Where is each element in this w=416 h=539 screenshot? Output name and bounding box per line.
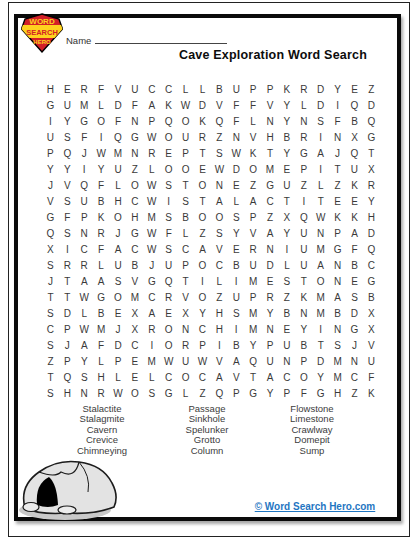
- grid-cell-r16c16[interactable]: Y: [295, 321, 312, 337]
- grid-cell-r20c6[interactable]: O: [126, 385, 143, 401]
- grid-cell-r12c5[interactable]: U: [110, 257, 127, 273]
- grid-cell-r17c18[interactable]: S: [329, 337, 346, 353]
- grid-cell-r6c1[interactable]: Y: [42, 161, 59, 177]
- grid-cell-r19c1[interactable]: T: [42, 369, 59, 385]
- grid-cell-r17c4[interactable]: F: [93, 337, 110, 353]
- grid-cell-r13c17[interactable]: O: [312, 273, 329, 289]
- grid-cell-r1c7[interactable]: C: [143, 81, 160, 97]
- grid-cell-r1c1[interactable]: H: [42, 81, 59, 97]
- grid-cell-r15c8[interactable]: E: [160, 305, 177, 321]
- grid-cell-r6c18[interactable]: T: [329, 161, 346, 177]
- grid-cell-r1c20[interactable]: Z: [363, 81, 380, 97]
- grid-cell-r10c15[interactable]: Y: [278, 225, 295, 241]
- grid-cell-r15c9[interactable]: X: [177, 305, 194, 321]
- grid-cell-r11c17[interactable]: M: [312, 241, 329, 257]
- grid-cell-r8c18[interactable]: E: [329, 193, 346, 209]
- grid-cell-r1c17[interactable]: D: [312, 81, 329, 97]
- grid-cell-r19c19[interactable]: C: [346, 369, 363, 385]
- grid-cell-r9c6[interactable]: H: [126, 209, 143, 225]
- grid-cell-r18c12[interactable]: A: [228, 353, 245, 369]
- grid-cell-r1c2[interactable]: E: [59, 81, 76, 97]
- grid-cell-r4c19[interactable]: X: [346, 129, 363, 145]
- grid-cell-r12c4[interactable]: L: [93, 257, 110, 273]
- grid-cell-r3c6[interactable]: N: [126, 113, 143, 129]
- grid-cell-r13c4[interactable]: A: [93, 273, 110, 289]
- grid-cell-r4c12[interactable]: N: [228, 129, 245, 145]
- grid-cell-r14c5[interactable]: O: [110, 289, 127, 305]
- grid-cell-r20c11[interactable]: Q: [211, 385, 228, 401]
- grid-cell-r6c5[interactable]: U: [110, 161, 127, 177]
- grid-cell-r13c14[interactable]: E: [262, 273, 279, 289]
- grid-cell-r16c18[interactable]: N: [329, 321, 346, 337]
- grid-cell-r8c2[interactable]: S: [59, 193, 76, 209]
- grid-cell-r18c11[interactable]: V: [211, 353, 228, 369]
- grid-cell-r14c12[interactable]: U: [228, 289, 245, 305]
- grid-cell-r20c14[interactable]: Y: [262, 385, 279, 401]
- grid-cell-r16c5[interactable]: J: [110, 321, 127, 337]
- grid-cell-r2c20[interactable]: D: [363, 97, 380, 113]
- grid-cell-r7c20[interactable]: R: [363, 177, 380, 193]
- grid-cell-r16c6[interactable]: X: [126, 321, 143, 337]
- grid-cell-r1c4[interactable]: F: [93, 81, 110, 97]
- grid-cell-r4c6[interactable]: G: [126, 129, 143, 145]
- grid-cell-r4c7[interactable]: W: [143, 129, 160, 145]
- grid-cell-r11c12[interactable]: E: [228, 241, 245, 257]
- grid-cell-r10c19[interactable]: A: [346, 225, 363, 241]
- grid-cell-r12c16[interactable]: U: [295, 257, 312, 273]
- grid-cell-r16c9[interactable]: N: [177, 321, 194, 337]
- grid-cell-r5c9[interactable]: P: [177, 145, 194, 161]
- grid-cell-r4c20[interactable]: G: [363, 129, 380, 145]
- grid-cell-r12c15[interactable]: L: [278, 257, 295, 273]
- grid-cell-r5c16[interactable]: G: [295, 145, 312, 161]
- grid-cell-r19c9[interactable]: O: [177, 369, 194, 385]
- grid-cell-r17c5[interactable]: D: [110, 337, 127, 353]
- grid-cell-r5c11[interactable]: S: [211, 145, 228, 161]
- grid-cell-r8c9[interactable]: S: [177, 193, 194, 209]
- grid-cell-r3c14[interactable]: N: [262, 113, 279, 129]
- grid-cell-r4c10[interactable]: R: [194, 129, 211, 145]
- grid-cell-r18c1[interactable]: Z: [42, 353, 59, 369]
- grid-cell-r1c9[interactable]: L: [177, 81, 194, 97]
- grid-cell-r6c19[interactable]: U: [346, 161, 363, 177]
- grid-cell-r2c18[interactable]: I: [329, 97, 346, 113]
- grid-cell-r16c12[interactable]: I: [228, 321, 245, 337]
- grid-cell-r4c3[interactable]: F: [76, 129, 93, 145]
- grid-cell-r13c2[interactable]: T: [59, 273, 76, 289]
- grid-cell-r15c18[interactable]: B: [329, 305, 346, 321]
- grid-cell-r14c1[interactable]: T: [42, 289, 59, 305]
- grid-cell-r19c17[interactable]: Y: [312, 369, 329, 385]
- grid-cell-r13c10[interactable]: I: [194, 273, 211, 289]
- grid-cell-r9c15[interactable]: X: [278, 209, 295, 225]
- grid-cell-r7c4[interactable]: F: [93, 177, 110, 193]
- grid-cell-r15c12[interactable]: S: [228, 305, 245, 321]
- grid-cell-r4c17[interactable]: I: [312, 129, 329, 145]
- grid-cell-r10c10[interactable]: Z: [194, 225, 211, 241]
- grid-cell-r12c18[interactable]: N: [329, 257, 346, 273]
- grid-cell-r12c17[interactable]: A: [312, 257, 329, 273]
- grid-cell-r13c12[interactable]: I: [228, 273, 245, 289]
- grid-cell-r3c11[interactable]: Q: [211, 113, 228, 129]
- grid-cell-r5c1[interactable]: P: [42, 145, 59, 161]
- grid-cell-r9c7[interactable]: M: [143, 209, 160, 225]
- grid-cell-r20c1[interactable]: S: [42, 385, 59, 401]
- grid-cell-r19c7[interactable]: L: [143, 369, 160, 385]
- grid-cell-r7c7[interactable]: W: [143, 177, 160, 193]
- grid-cell-r10c1[interactable]: Q: [42, 225, 59, 241]
- grid-cell-r19c16[interactable]: O: [295, 369, 312, 385]
- grid-cell-r15c1[interactable]: S: [42, 305, 59, 321]
- grid-cell-r2c11[interactable]: V: [211, 97, 228, 113]
- grid-cell-r17c1[interactable]: S: [42, 337, 59, 353]
- grid-cell-r5c3[interactable]: J: [76, 145, 93, 161]
- grid-cell-r3c1[interactable]: I: [42, 113, 59, 129]
- grid-cell-r5c7[interactable]: R: [143, 145, 160, 161]
- grid-cell-r14c20[interactable]: B: [363, 289, 380, 305]
- grid-cell-r7c3[interactable]: Q: [76, 177, 93, 193]
- grid-cell-r15c7[interactable]: A: [143, 305, 160, 321]
- grid-cell-r12c12[interactable]: B: [228, 257, 245, 273]
- grid-cell-r18c7[interactable]: M: [143, 353, 160, 369]
- grid-cell-r13c15[interactable]: S: [278, 273, 295, 289]
- grid-cell-r5c17[interactable]: A: [312, 145, 329, 161]
- grid-cell-r2c13[interactable]: F: [245, 97, 262, 113]
- grid-cell-r9c4[interactable]: K: [93, 209, 110, 225]
- grid-cell-r14c19[interactable]: S: [346, 289, 363, 305]
- grid-cell-r2c4[interactable]: L: [93, 97, 110, 113]
- grid-cell-r9c9[interactable]: B: [177, 209, 194, 225]
- grid-cell-r3c2[interactable]: Y: [59, 113, 76, 129]
- grid-cell-r1c13[interactable]: P: [245, 81, 262, 97]
- grid-cell-r7c14[interactable]: G: [262, 177, 279, 193]
- grid-cell-r19c14[interactable]: A: [262, 369, 279, 385]
- grid-cell-r20c3[interactable]: N: [76, 385, 93, 401]
- grid-cell-r9c16[interactable]: Q: [295, 209, 312, 225]
- grid-cell-r20c4[interactable]: R: [93, 385, 110, 401]
- grid-cell-r17c2[interactable]: J: [59, 337, 76, 353]
- grid-cell-r6c12[interactable]: D: [228, 161, 245, 177]
- grid-cell-r1c11[interactable]: B: [211, 81, 228, 97]
- grid-cell-r6c9[interactable]: O: [177, 161, 194, 177]
- grid-cell-r14c9[interactable]: V: [177, 289, 194, 305]
- grid-cell-r8c1[interactable]: V: [42, 193, 59, 209]
- grid-cell-r12c3[interactable]: R: [76, 257, 93, 273]
- grid-cell-r10c2[interactable]: S: [59, 225, 76, 241]
- grid-cell-r17c20[interactable]: V: [363, 337, 380, 353]
- grid-cell-r19c12[interactable]: V: [228, 369, 245, 385]
- grid-cell-r3c5[interactable]: F: [110, 113, 127, 129]
- grid-cell-r5c4[interactable]: W: [93, 145, 110, 161]
- grid-cell-r17c7[interactable]: I: [143, 337, 160, 353]
- grid-cell-r19c18[interactable]: M: [329, 369, 346, 385]
- grid-cell-r17c10[interactable]: P: [194, 337, 211, 353]
- grid-cell-r20c15[interactable]: P: [278, 385, 295, 401]
- grid-cell-r7c6[interactable]: O: [126, 177, 143, 193]
- grid-cell-r16c1[interactable]: C: [42, 321, 59, 337]
- grid-cell-r5c10[interactable]: T: [194, 145, 211, 161]
- grid-cell-r9c19[interactable]: K: [346, 209, 363, 225]
- grid-cell-r4c11[interactable]: Z: [211, 129, 228, 145]
- grid-cell-r8c16[interactable]: I: [295, 193, 312, 209]
- grid-cell-r6c8[interactable]: O: [160, 161, 177, 177]
- grid-cell-r2c15[interactable]: Y: [278, 97, 295, 113]
- grid-cell-r20c19[interactable]: Z: [346, 385, 363, 401]
- grid-cell-r5c6[interactable]: N: [126, 145, 143, 161]
- grid-cell-r14c13[interactable]: P: [245, 289, 262, 305]
- grid-cell-r11c19[interactable]: F: [346, 241, 363, 257]
- grid-cell-r4c13[interactable]: V: [245, 129, 262, 145]
- grid-cell-r7c2[interactable]: V: [59, 177, 76, 193]
- grid-cell-r3c12[interactable]: F: [228, 113, 245, 129]
- grid-cell-r7c17[interactable]: L: [312, 177, 329, 193]
- grid-cell-r10c4[interactable]: R: [93, 225, 110, 241]
- grid-cell-r18c9[interactable]: U: [177, 353, 194, 369]
- grid-cell-r6c2[interactable]: Y: [59, 161, 76, 177]
- grid-cell-r14c4[interactable]: G: [93, 289, 110, 305]
- grid-cell-r13c6[interactable]: V: [126, 273, 143, 289]
- grid-cell-r16c19[interactable]: G: [346, 321, 363, 337]
- grid-cell-r10c20[interactable]: D: [363, 225, 380, 241]
- grid-cell-r11c10[interactable]: A: [194, 241, 211, 257]
- grid-cell-r7c19[interactable]: K: [346, 177, 363, 193]
- grid-cell-r18c4[interactable]: L: [93, 353, 110, 369]
- grid-cell-r4c16[interactable]: R: [295, 129, 312, 145]
- grid-cell-r20c12[interactable]: P: [228, 385, 245, 401]
- grid-cell-r11c5[interactable]: A: [110, 241, 127, 257]
- grid-cell-r4c15[interactable]: B: [278, 129, 295, 145]
- grid-cell-r20c13[interactable]: G: [245, 385, 262, 401]
- grid-cell-r11c18[interactable]: G: [329, 241, 346, 257]
- grid-cell-r4c14[interactable]: H: [262, 129, 279, 145]
- grid-cell-r14c16[interactable]: K: [295, 289, 312, 305]
- grid-cell-r9c20[interactable]: H: [363, 209, 380, 225]
- grid-cell-r2c1[interactable]: G: [42, 97, 59, 113]
- grid-cell-r4c2[interactable]: S: [59, 129, 76, 145]
- grid-cell-r11c1[interactable]: X: [42, 241, 59, 257]
- grid-cell-r5c15[interactable]: Y: [278, 145, 295, 161]
- grid-cell-r9c1[interactable]: G: [42, 209, 59, 225]
- grid-cell-r16c7[interactable]: R: [143, 321, 160, 337]
- grid-cell-r8c10[interactable]: T: [194, 193, 211, 209]
- grid-cell-r20c16[interactable]: F: [295, 385, 312, 401]
- grid-cell-r17c19[interactable]: J: [346, 337, 363, 353]
- grid-cell-r9c8[interactable]: S: [160, 209, 177, 225]
- grid-cell-r10c8[interactable]: F: [160, 225, 177, 241]
- grid-cell-r13c1[interactable]: J: [42, 273, 59, 289]
- grid-cell-r5c19[interactable]: Q: [346, 145, 363, 161]
- grid-cell-r5c18[interactable]: J: [329, 145, 346, 161]
- grid-cell-r10c5[interactable]: J: [110, 225, 127, 241]
- grid-cell-r11c4[interactable]: F: [93, 241, 110, 257]
- grid-cell-r11c20[interactable]: Q: [363, 241, 380, 257]
- grid-cell-r3c19[interactable]: B: [346, 113, 363, 129]
- grid-cell-r8c20[interactable]: Y: [363, 193, 380, 209]
- grid-cell-r2c19[interactable]: Q: [346, 97, 363, 113]
- grid-cell-r14c3[interactable]: W: [76, 289, 93, 305]
- grid-cell-r20c9[interactable]: L: [177, 385, 194, 401]
- grid-cell-r9c2[interactable]: F: [59, 209, 76, 225]
- grid-cell-r19c6[interactable]: E: [126, 369, 143, 385]
- grid-cell-r14c11[interactable]: Z: [211, 289, 228, 305]
- grid-cell-r15c11[interactable]: H: [211, 305, 228, 321]
- grid-cell-r13c18[interactable]: N: [329, 273, 346, 289]
- grid-cell-r9c12[interactable]: S: [228, 209, 245, 225]
- grid-cell-r19c15[interactable]: C: [278, 369, 295, 385]
- grid-cell-r20c5[interactable]: W: [110, 385, 127, 401]
- grid-cell-r18c20[interactable]: U: [363, 353, 380, 369]
- grid-cell-r6c6[interactable]: Z: [126, 161, 143, 177]
- grid-cell-r18c2[interactable]: P: [59, 353, 76, 369]
- grid-cell-r14c18[interactable]: A: [329, 289, 346, 305]
- grid-cell-r15c19[interactable]: D: [346, 305, 363, 321]
- grid-cell-r2c12[interactable]: F: [228, 97, 245, 113]
- grid-cell-r6c11[interactable]: W: [211, 161, 228, 177]
- grid-cell-r18c17[interactable]: D: [312, 353, 329, 369]
- grid-cell-r13c5[interactable]: S: [110, 273, 127, 289]
- grid-cell-r2c16[interactable]: L: [295, 97, 312, 113]
- grid-cell-r10c16[interactable]: U: [295, 225, 312, 241]
- grid-cell-r6c17[interactable]: I: [312, 161, 329, 177]
- grid-cell-r15c4[interactable]: B: [93, 305, 110, 321]
- grid-cell-r7c16[interactable]: Z: [295, 177, 312, 193]
- grid-cell-r13c20[interactable]: G: [363, 273, 380, 289]
- grid-cell-r11c15[interactable]: I: [278, 241, 295, 257]
- grid-cell-r19c4[interactable]: H: [93, 369, 110, 385]
- grid-cell-r20c18[interactable]: H: [329, 385, 346, 401]
- grid-cell-r11c13[interactable]: R: [245, 241, 262, 257]
- grid-cell-r14c6[interactable]: M: [126, 289, 143, 305]
- grid-cell-r14c10[interactable]: O: [194, 289, 211, 305]
- grid-cell-r12c10[interactable]: O: [194, 257, 211, 273]
- grid-cell-r15c13[interactable]: M: [245, 305, 262, 321]
- grid-cell-r12c19[interactable]: B: [346, 257, 363, 273]
- grid-cell-r2c9[interactable]: W: [177, 97, 194, 113]
- grid-cell-r16c10[interactable]: C: [194, 321, 211, 337]
- grid-cell-r18c14[interactable]: U: [262, 353, 279, 369]
- grid-cell-r12c2[interactable]: R: [59, 257, 76, 273]
- grid-cell-r2c5[interactable]: D: [110, 97, 127, 113]
- grid-cell-r3c10[interactable]: K: [194, 113, 211, 129]
- grid-cell-r10c11[interactable]: S: [211, 225, 228, 241]
- grid-cell-r3c4[interactable]: O: [93, 113, 110, 129]
- grid-cell-r12c9[interactable]: P: [177, 257, 194, 273]
- grid-cell-r6c20[interactable]: X: [363, 161, 380, 177]
- grid-cell-r13c19[interactable]: E: [346, 273, 363, 289]
- grid-cell-r1c18[interactable]: Y: [329, 81, 346, 97]
- grid-cell-r12c11[interactable]: C: [211, 257, 228, 273]
- grid-cell-r11c9[interactable]: C: [177, 241, 194, 257]
- grid-cell-r19c13[interactable]: T: [245, 369, 262, 385]
- grid-cell-r19c5[interactable]: L: [110, 369, 127, 385]
- grid-cell-r10c12[interactable]: Y: [228, 225, 245, 241]
- grid-cell-r1c12[interactable]: U: [228, 81, 245, 97]
- grid-cell-r15c17[interactable]: M: [312, 305, 329, 321]
- grid-cell-r16c4[interactable]: M: [93, 321, 110, 337]
- grid-cell-r11c6[interactable]: C: [126, 241, 143, 257]
- grid-cell-r18c6[interactable]: E: [126, 353, 143, 369]
- grid-cell-r6c7[interactable]: L: [143, 161, 160, 177]
- grid-cell-r12c20[interactable]: C: [363, 257, 380, 273]
- grid-cell-r18c8[interactable]: W: [160, 353, 177, 369]
- grid-cell-r3c9[interactable]: O: [177, 113, 194, 129]
- grid-cell-r8c11[interactable]: A: [211, 193, 228, 209]
- grid-cell-r9c11[interactable]: O: [211, 209, 228, 225]
- grid-cell-r5c12[interactable]: W: [228, 145, 245, 161]
- grid-cell-r20c7[interactable]: S: [143, 385, 160, 401]
- grid-cell-r15c5[interactable]: E: [110, 305, 127, 321]
- grid-cell-r8c8[interactable]: I: [160, 193, 177, 209]
- grid-cell-r18c5[interactable]: P: [110, 353, 127, 369]
- grid-cell-r7c11[interactable]: N: [211, 177, 228, 193]
- grid-cell-r16c3[interactable]: W: [76, 321, 93, 337]
- grid-cell-r8c19[interactable]: E: [346, 193, 363, 209]
- grid-cell-r13c8[interactable]: Q: [160, 273, 177, 289]
- grid-cell-r4c1[interactable]: U: [42, 129, 59, 145]
- grid-cell-r18c13[interactable]: Q: [245, 353, 262, 369]
- grid-cell-r13c9[interactable]: T: [177, 273, 194, 289]
- grid-cell-r12c7[interactable]: J: [143, 257, 160, 273]
- grid-cell-r4c4[interactable]: I: [93, 129, 110, 145]
- grid-cell-r3c15[interactable]: Y: [278, 113, 295, 129]
- grid-cell-r6c4[interactable]: Y: [93, 161, 110, 177]
- grid-cell-r18c3[interactable]: Y: [76, 353, 93, 369]
- grid-cell-r10c3[interactable]: N: [76, 225, 93, 241]
- grid-cell-r15c3[interactable]: L: [76, 305, 93, 321]
- grid-cell-r16c14[interactable]: N: [262, 321, 279, 337]
- grid-cell-r7c15[interactable]: U: [278, 177, 295, 193]
- grid-cell-r9c5[interactable]: O: [110, 209, 127, 225]
- grid-cell-r4c8[interactable]: O: [160, 129, 177, 145]
- grid-cell-r8c13[interactable]: A: [245, 193, 262, 209]
- grid-cell-r9c17[interactable]: W: [312, 209, 329, 225]
- grid-cell-r12c1[interactable]: S: [42, 257, 59, 273]
- grid-cell-r3c18[interactable]: F: [329, 113, 346, 129]
- grid-cell-r11c16[interactable]: U: [295, 241, 312, 257]
- grid-cell-r2c6[interactable]: F: [126, 97, 143, 113]
- grid-cell-r12c8[interactable]: U: [160, 257, 177, 273]
- grid-cell-r7c10[interactable]: O: [194, 177, 211, 193]
- grid-cell-r8c7[interactable]: W: [143, 193, 160, 209]
- grid-cell-r11c14[interactable]: N: [262, 241, 279, 257]
- grid-cell-r20c2[interactable]: H: [59, 385, 76, 401]
- grid-cell-r16c11[interactable]: H: [211, 321, 228, 337]
- grid-cell-r7c18[interactable]: Z: [329, 177, 346, 193]
- grid-cell-r13c11[interactable]: L: [211, 273, 228, 289]
- grid-cell-r19c11[interactable]: A: [211, 369, 228, 385]
- grid-cell-r17c3[interactable]: A: [76, 337, 93, 353]
- grid-cell-r2c14[interactable]: V: [262, 97, 279, 113]
- grid-cell-r1c3[interactable]: R: [76, 81, 93, 97]
- grid-cell-r5c13[interactable]: K: [245, 145, 262, 161]
- grid-cell-r2c2[interactable]: U: [59, 97, 76, 113]
- grid-cell-r10c7[interactable]: W: [143, 225, 160, 241]
- grid-cell-r6c10[interactable]: E: [194, 161, 211, 177]
- grid-cell-r11c2[interactable]: I: [59, 241, 76, 257]
- grid-cell-r3c3[interactable]: G: [76, 113, 93, 129]
- grid-cell-r19c20[interactable]: F: [363, 369, 380, 385]
- grid-cell-r10c14[interactable]: A: [262, 225, 279, 241]
- grid-cell-r3c17[interactable]: S: [312, 113, 329, 129]
- grid-cell-r17c15[interactable]: U: [278, 337, 295, 353]
- grid-cell-r11c11[interactable]: V: [211, 241, 228, 257]
- grid-cell-r2c7[interactable]: A: [143, 97, 160, 113]
- grid-cell-r15c14[interactable]: Y: [262, 305, 279, 321]
- grid-cell-r17c14[interactable]: P: [262, 337, 279, 353]
- grid-cell-r17c12[interactable]: B: [228, 337, 245, 353]
- grid-cell-r16c8[interactable]: O: [160, 321, 177, 337]
- grid-cell-r17c16[interactable]: B: [295, 337, 312, 353]
